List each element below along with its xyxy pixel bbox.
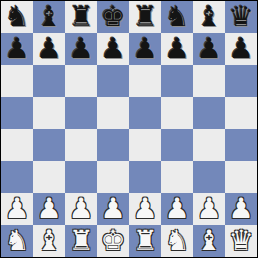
square-e6[interactable] (129, 65, 161, 97)
square-h5[interactable] (225, 97, 257, 129)
square-b5[interactable] (33, 97, 65, 129)
board-grid: ♞♝♜♚♜♞♝♛♟♟♟♟♟♟♟♟♟♟♟♟♟♟♟♟♞♝♜♚♜♞♝♛ (1, 1, 257, 257)
piece-black-bishop[interactable]: ♝ (193, 1, 225, 33)
square-d4[interactable] (97, 129, 129, 161)
square-b3[interactable] (33, 161, 65, 193)
piece-black-pawn[interactable]: ♟ (225, 33, 257, 65)
square-g8[interactable]: ♝ (193, 1, 225, 33)
square-h7[interactable]: ♟ (225, 33, 257, 65)
piece-white-rook[interactable]: ♜ (65, 225, 97, 257)
square-h3[interactable] (225, 161, 257, 193)
square-c1[interactable]: ♜ (65, 225, 97, 257)
square-a2[interactable]: ♟ (1, 193, 33, 225)
square-b1[interactable]: ♝ (33, 225, 65, 257)
square-d8[interactable]: ♚ (97, 1, 129, 33)
piece-white-pawn[interactable]: ♟ (33, 193, 65, 225)
square-c7[interactable]: ♟ (65, 33, 97, 65)
square-b4[interactable] (33, 129, 65, 161)
square-f8[interactable]: ♞ (161, 1, 193, 33)
square-f6[interactable] (161, 65, 193, 97)
square-f2[interactable]: ♟ (161, 193, 193, 225)
square-d6[interactable] (97, 65, 129, 97)
square-g3[interactable] (193, 161, 225, 193)
square-h2[interactable]: ♟ (225, 193, 257, 225)
piece-black-rook[interactable]: ♜ (65, 1, 97, 33)
square-e3[interactable] (129, 161, 161, 193)
square-h1[interactable]: ♛ (225, 225, 257, 257)
square-d2[interactable]: ♟ (97, 193, 129, 225)
square-c6[interactable] (65, 65, 97, 97)
square-a6[interactable] (1, 65, 33, 97)
square-e1[interactable]: ♜ (129, 225, 161, 257)
piece-white-pawn[interactable]: ♟ (193, 193, 225, 225)
piece-black-queen[interactable]: ♛ (225, 1, 257, 33)
square-a3[interactable] (1, 161, 33, 193)
piece-white-knight[interactable]: ♞ (1, 225, 33, 257)
square-e4[interactable] (129, 129, 161, 161)
piece-black-knight[interactable]: ♞ (161, 1, 193, 33)
square-f5[interactable] (161, 97, 193, 129)
piece-black-pawn[interactable]: ♟ (97, 33, 129, 65)
square-b2[interactable]: ♟ (33, 193, 65, 225)
piece-black-pawn[interactable]: ♟ (33, 33, 65, 65)
square-g2[interactable]: ♟ (193, 193, 225, 225)
piece-white-pawn[interactable]: ♟ (129, 193, 161, 225)
piece-black-pawn[interactable]: ♟ (1, 33, 33, 65)
square-g4[interactable] (193, 129, 225, 161)
piece-white-king[interactable]: ♚ (97, 225, 129, 257)
piece-black-pawn[interactable]: ♟ (193, 33, 225, 65)
chess-board: ♞♝♜♚♜♞♝♛♟♟♟♟♟♟♟♟♟♟♟♟♟♟♟♟♞♝♜♚♜♞♝♛ (0, 0, 258, 258)
square-d3[interactable] (97, 161, 129, 193)
piece-black-pawn[interactable]: ♟ (65, 33, 97, 65)
square-h8[interactable]: ♛ (225, 1, 257, 33)
square-g6[interactable] (193, 65, 225, 97)
piece-white-knight[interactable]: ♞ (161, 225, 193, 257)
square-e8[interactable]: ♜ (129, 1, 161, 33)
piece-black-king[interactable]: ♚ (97, 1, 129, 33)
piece-black-knight[interactable]: ♞ (1, 1, 33, 33)
square-g1[interactable]: ♝ (193, 225, 225, 257)
piece-white-pawn[interactable]: ♟ (161, 193, 193, 225)
piece-white-pawn[interactable]: ♟ (1, 193, 33, 225)
square-c3[interactable] (65, 161, 97, 193)
piece-white-pawn[interactable]: ♟ (225, 193, 257, 225)
square-d1[interactable]: ♚ (97, 225, 129, 257)
square-a4[interactable] (1, 129, 33, 161)
square-d5[interactable] (97, 97, 129, 129)
square-f3[interactable] (161, 161, 193, 193)
square-c5[interactable] (65, 97, 97, 129)
square-f4[interactable] (161, 129, 193, 161)
square-c2[interactable]: ♟ (65, 193, 97, 225)
square-a1[interactable]: ♞ (1, 225, 33, 257)
square-b8[interactable]: ♝ (33, 1, 65, 33)
piece-black-bishop[interactable]: ♝ (33, 1, 65, 33)
square-c8[interactable]: ♜ (65, 1, 97, 33)
square-f7[interactable]: ♟ (161, 33, 193, 65)
piece-white-queen[interactable]: ♛ (225, 225, 257, 257)
square-g5[interactable] (193, 97, 225, 129)
square-a5[interactable] (1, 97, 33, 129)
square-g7[interactable]: ♟ (193, 33, 225, 65)
piece-white-pawn[interactable]: ♟ (65, 193, 97, 225)
piece-white-rook[interactable]: ♜ (129, 225, 161, 257)
piece-black-pawn[interactable]: ♟ (161, 33, 193, 65)
piece-black-rook[interactable]: ♜ (129, 1, 161, 33)
square-c4[interactable] (65, 129, 97, 161)
square-h6[interactable] (225, 65, 257, 97)
square-h4[interactable] (225, 129, 257, 161)
square-e5[interactable] (129, 97, 161, 129)
square-d7[interactable]: ♟ (97, 33, 129, 65)
square-b7[interactable]: ♟ (33, 33, 65, 65)
square-b6[interactable] (33, 65, 65, 97)
piece-white-pawn[interactable]: ♟ (97, 193, 129, 225)
piece-black-pawn[interactable]: ♟ (129, 33, 161, 65)
piece-white-bishop[interactable]: ♝ (33, 225, 65, 257)
square-a7[interactable]: ♟ (1, 33, 33, 65)
piece-white-bishop[interactable]: ♝ (193, 225, 225, 257)
square-f1[interactable]: ♞ (161, 225, 193, 257)
square-a8[interactable]: ♞ (1, 1, 33, 33)
square-e7[interactable]: ♟ (129, 33, 161, 65)
square-e2[interactable]: ♟ (129, 193, 161, 225)
